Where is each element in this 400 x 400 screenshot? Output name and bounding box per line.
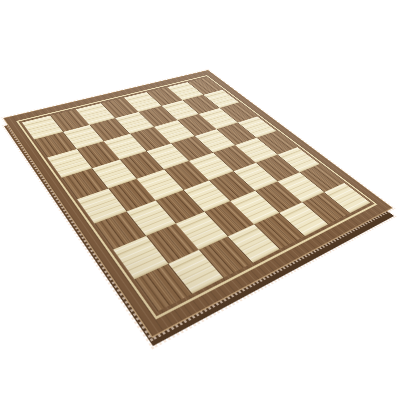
board-grid [22,78,370,312]
chess-board [3,70,393,338]
frame-inlay-line [16,75,377,319]
product-photo-canvas [0,0,400,400]
